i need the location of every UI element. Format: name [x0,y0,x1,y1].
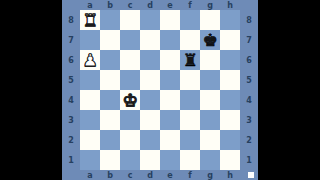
square-e6[interactable] [160,50,180,70]
square-a1[interactable] [80,150,100,170]
square-c3[interactable] [120,110,140,130]
square-c5[interactable] [120,70,140,90]
file-labels-top: abcdefgh [80,0,240,10]
square-g5[interactable] [200,70,220,90]
square-c6[interactable] [120,50,140,70]
square-d6[interactable] [140,50,160,70]
square-e8[interactable] [160,10,180,30]
square-f5[interactable] [180,70,200,90]
square-a6[interactable]: ♟ [80,50,100,70]
piece-white-king[interactable]: ♚ [122,92,137,109]
rank-label-6: 6 [62,50,80,70]
square-f7[interactable] [180,30,200,50]
file-label-d: d [140,0,160,10]
file-label-a: a [80,170,100,180]
square-a8[interactable]: ♜ [80,10,100,30]
square-e7[interactable] [160,30,180,50]
square-c7[interactable] [120,30,140,50]
file-label-h: h [220,0,240,10]
screenshot-canvas: abcdefgh abcdefgh 87654321 87654321 ♜♚♟♜… [0,0,320,180]
square-b3[interactable] [100,110,120,130]
board-grid: ♜♚♟♜♚ [80,10,240,170]
square-h5[interactable] [220,70,240,90]
rank-label-7: 7 [240,30,258,50]
square-g3[interactable] [200,110,220,130]
rank-label-4: 4 [62,90,80,110]
square-f8[interactable] [180,10,200,30]
rank-label-5: 5 [62,70,80,90]
square-g2[interactable] [200,130,220,150]
piece-black-king[interactable]: ♚ [202,32,217,49]
file-label-g: g [200,0,220,10]
square-f3[interactable] [180,110,200,130]
square-h2[interactable] [220,130,240,150]
square-c8[interactable] [120,10,140,30]
square-f2[interactable] [180,130,200,150]
file-label-h: h [220,170,240,180]
rank-label-1: 1 [240,150,258,170]
piece-white-pawn[interactable]: ♟ [82,52,97,69]
square-b7[interactable] [100,30,120,50]
white-square-marker-icon [248,172,254,178]
file-labels-bottom: abcdefgh [80,170,240,180]
rank-label-1: 1 [62,150,80,170]
square-d3[interactable] [140,110,160,130]
square-a5[interactable] [80,70,100,90]
file-label-c: c [120,0,140,10]
square-c1[interactable] [120,150,140,170]
square-b1[interactable] [100,150,120,170]
square-b5[interactable] [100,70,120,90]
square-d8[interactable] [140,10,160,30]
file-label-e: e [160,0,180,10]
square-e4[interactable] [160,90,180,110]
square-b4[interactable] [100,90,120,110]
file-label-c: c [120,170,140,180]
rank-labels-right: 87654321 [240,10,258,170]
square-e1[interactable] [160,150,180,170]
rank-label-8: 8 [62,10,80,30]
rank-labels-left: 87654321 [62,10,80,170]
file-label-b: b [100,170,120,180]
square-e2[interactable] [160,130,180,150]
square-h1[interactable] [220,150,240,170]
square-h7[interactable] [220,30,240,50]
piece-black-rook[interactable]: ♜ [182,52,197,69]
chess-board: abcdefgh abcdefgh 87654321 87654321 ♜♚♟♜… [62,0,258,180]
square-g8[interactable] [200,10,220,30]
square-g1[interactable] [200,150,220,170]
square-d7[interactable] [140,30,160,50]
square-a7[interactable] [80,30,100,50]
file-label-g: g [200,170,220,180]
rank-label-7: 7 [62,30,80,50]
square-f6[interactable]: ♜ [180,50,200,70]
square-d1[interactable] [140,150,160,170]
square-e5[interactable] [160,70,180,90]
file-label-f: f [180,170,200,180]
rank-label-8: 8 [240,10,258,30]
square-h6[interactable] [220,50,240,70]
square-b6[interactable] [100,50,120,70]
rank-label-3: 3 [62,110,80,130]
file-label-e: e [160,170,180,180]
rank-label-2: 2 [240,130,258,150]
square-d4[interactable] [140,90,160,110]
square-b8[interactable] [100,10,120,30]
square-d5[interactable] [140,70,160,90]
square-g4[interactable] [200,90,220,110]
file-label-d: d [140,170,160,180]
square-a3[interactable] [80,110,100,130]
square-d2[interactable] [140,130,160,150]
rank-label-5: 5 [240,70,258,90]
rank-label-2: 2 [62,130,80,150]
square-c4[interactable]: ♚ [120,90,140,110]
rank-label-6: 6 [240,50,258,70]
rank-label-4: 4 [240,90,258,110]
square-b2[interactable] [100,130,120,150]
rank-label-3: 3 [240,110,258,130]
square-c2[interactable] [120,130,140,150]
piece-white-rook[interactable]: ♜ [82,12,97,29]
square-a2[interactable] [80,130,100,150]
square-h8[interactable] [220,10,240,30]
square-f4[interactable] [180,90,200,110]
square-h3[interactable] [220,110,240,130]
file-label-a: a [80,0,100,10]
square-g6[interactable] [200,50,220,70]
square-h4[interactable] [220,90,240,110]
file-label-f: f [180,0,200,10]
square-g7[interactable]: ♚ [200,30,220,50]
square-f1[interactable] [180,150,200,170]
square-e3[interactable] [160,110,180,130]
square-a4[interactable] [80,90,100,110]
file-label-b: b [100,0,120,10]
